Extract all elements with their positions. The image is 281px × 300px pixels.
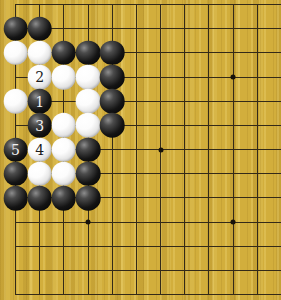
black-stone (76, 41, 101, 66)
black-stone (3, 186, 28, 211)
black-stone (3, 16, 28, 41)
black-stone (52, 41, 77, 66)
black-stone (100, 65, 125, 90)
grid-line-horizontal (15, 222, 281, 223)
white-stone (27, 161, 52, 186)
grid-line-vertical (233, 4, 234, 295)
grid-line-horizontal (15, 294, 281, 295)
white-stone (76, 89, 101, 114)
grid-line-vertical (257, 4, 258, 295)
star-point (158, 147, 163, 152)
black-stone-move-1: 1 (27, 89, 52, 114)
white-stone (76, 65, 101, 90)
black-stone (76, 186, 101, 211)
black-stone (27, 186, 52, 211)
black-stone-move-5: 5 (3, 137, 28, 162)
move-number-label: 1 (35, 94, 44, 108)
white-stone (52, 113, 77, 138)
white-stone (52, 161, 77, 186)
black-stone (76, 161, 101, 186)
star-point (86, 220, 91, 225)
white-stone (27, 41, 52, 66)
black-stone (3, 161, 28, 186)
black-stone (100, 113, 125, 138)
black-stone (76, 137, 101, 162)
grid-line-vertical (208, 4, 209, 295)
star-point (231, 220, 236, 225)
grid-line-horizontal (15, 101, 281, 102)
black-stone-move-3: 3 (27, 113, 52, 138)
grid-line-horizontal (15, 246, 281, 247)
white-stone (76, 113, 101, 138)
star-point (231, 75, 236, 80)
white-stone (3, 41, 28, 66)
white-stone (3, 89, 28, 114)
black-stone (52, 186, 77, 211)
move-number-label: 4 (35, 143, 44, 157)
go-board[interactable]: 21354 (0, 0, 281, 300)
white-stone (52, 65, 77, 90)
move-number-label: 2 (35, 70, 44, 84)
white-stone-move-2: 2 (27, 65, 52, 90)
move-number-label: 5 (11, 143, 20, 157)
grid-line-horizontal (15, 4, 281, 5)
white-stone-move-4: 4 (27, 137, 52, 162)
white-stone (52, 137, 77, 162)
black-stone (100, 89, 125, 114)
black-stone (27, 16, 52, 41)
grid-line-horizontal (15, 270, 281, 271)
move-number-label: 3 (35, 118, 44, 132)
grid-line-horizontal (15, 28, 281, 29)
grid-line-vertical (184, 4, 185, 295)
black-stone (100, 41, 125, 66)
grid-line-vertical (136, 4, 137, 295)
